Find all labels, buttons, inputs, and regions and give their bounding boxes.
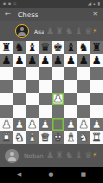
- piece-black-pawn[interactable]: ♟: [53, 55, 63, 66]
- square-g6[interactable]: [77, 67, 90, 80]
- square-h8[interactable]: ♜: [90, 41, 103, 54]
- square-f7[interactable]: ♟: [64, 54, 77, 67]
- bolt-icon-top: ⚡: [92, 28, 97, 35]
- piece-white-rook[interactable]: ♜: [92, 132, 102, 143]
- square-h1[interactable]: ♜: [90, 131, 103, 144]
- square-b5[interactable]: [13, 80, 26, 93]
- square-f3[interactable]: [64, 105, 77, 118]
- page-title: Chess: [18, 11, 93, 19]
- square-h7[interactable]: ♟: [90, 54, 103, 67]
- nav-recents-icon[interactable]: ■: [81, 172, 86, 178]
- avatar-person-icon: [10, 152, 14, 156]
- square-e7[interactable]: ♟: [52, 54, 65, 67]
- piece-black-rook[interactable]: ♜: [92, 42, 102, 53]
- piece-black-pawn[interactable]: ♟: [40, 55, 50, 66]
- knight-placeholder-icon: ♞: [65, 151, 73, 160]
- piece-white-king[interactable]: ♚: [53, 132, 63, 143]
- square-h3[interactable]: [90, 105, 103, 118]
- pawn-placeholder-icon: ♟: [46, 27, 54, 36]
- piece-black-pawn[interactable]: ♟: [92, 55, 102, 66]
- player-name-bottom: Noban: [24, 152, 44, 159]
- square-b3[interactable]: [13, 105, 26, 118]
- notification-icon-2: ▪: [8, 2, 11, 7]
- square-h2[interactable]: ♟: [90, 118, 103, 131]
- piece-white-pawn[interactable]: ♟: [14, 119, 24, 130]
- piece-black-king[interactable]: ♚: [53, 42, 63, 53]
- square-f6[interactable]: [64, 67, 77, 80]
- square-e8[interactable]: ♚: [52, 41, 65, 54]
- piece-black-bishop[interactable]: ♝: [66, 42, 76, 53]
- player-row-bottom: Noban ♟♜♞♝♛ ⚡: [0, 144, 103, 167]
- avatar-top: [15, 24, 29, 38]
- square-a4[interactable]: [0, 93, 13, 106]
- piece-white-knight[interactable]: ♞: [79, 132, 89, 143]
- square-g4[interactable]: [77, 93, 90, 106]
- avatar-person-icon: [20, 27, 24, 31]
- queen-placeholder-icon: ♛: [84, 151, 92, 160]
- piece-black-pawn[interactable]: ♟: [2, 55, 12, 66]
- square-g3[interactable]: [77, 105, 90, 118]
- status-bar: ▪▪▫ ◢▴▮: [0, 0, 103, 8]
- square-a5[interactable]: [0, 80, 13, 93]
- network-icon: ▴: [93, 2, 95, 7]
- piece-black-knight[interactable]: ♞: [79, 42, 89, 53]
- square-f5[interactable]: [64, 80, 77, 93]
- square-f8[interactable]: ♝: [64, 41, 77, 54]
- square-d1[interactable]: ♛: [39, 131, 52, 144]
- square-c8[interactable]: ♝: [26, 41, 39, 54]
- square-g8[interactable]: ♞: [77, 41, 90, 54]
- square-g5[interactable]: [77, 80, 90, 93]
- square-g2[interactable]: ♟: [77, 118, 90, 131]
- piece-white-pawn[interactable]: ♟: [66, 119, 76, 130]
- square-e3[interactable]: [52, 105, 65, 118]
- back-arrow-icon[interactable]: ←: [5, 11, 11, 18]
- piece-white-pawn[interactable]: ♟: [40, 119, 50, 130]
- square-c3[interactable]: [26, 105, 39, 118]
- square-d3[interactable]: [39, 105, 52, 118]
- piece-white-pawn[interactable]: ♟: [27, 119, 37, 130]
- square-c4[interactable]: [26, 93, 39, 106]
- square-h5[interactable]: [90, 80, 103, 93]
- android-nav-bar: ◀●■: [0, 167, 103, 183]
- status-bar-left-icons: ▪▪▫: [3, 2, 16, 7]
- app-window: ▪▪▫ ◢▴▮ ← Chess ✕ Asanth ♟♜♞♝♛ ⚡ ♜♞♝♛♚♝♞…: [0, 0, 103, 183]
- rook-placeholder-icon: ♜: [56, 151, 64, 160]
- queen-placeholder-icon: ♛: [84, 27, 92, 36]
- rook-placeholder-icon: ♜: [56, 27, 64, 36]
- piece-black-queen[interactable]: ♛: [40, 42, 50, 53]
- captured-tray-bottom: ♟♜♞♝♛: [46, 151, 92, 160]
- square-a6[interactable]: [0, 67, 13, 80]
- piece-white-knight[interactable]: ♞: [14, 132, 24, 143]
- square-a2[interactable]: ♟: [0, 118, 13, 131]
- nav-home-icon[interactable]: ●: [49, 172, 54, 178]
- piece-white-bishop[interactable]: ♝: [66, 132, 76, 143]
- piece-black-pawn[interactable]: ♟: [79, 55, 89, 66]
- piece-black-knight[interactable]: ♞: [14, 42, 24, 53]
- chess-board: ♜♞♝♛♚♝♞♜♟♟♟♟♟♟♟♟♟♟♟♟♟♟♟♟♜♞♝♛♚♝♞♜: [0, 41, 103, 144]
- bishop-placeholder-icon: ♝: [75, 27, 83, 36]
- square-e6[interactable]: [52, 67, 65, 80]
- square-f4[interactable]: [64, 93, 77, 106]
- square-c2[interactable]: ♟: [26, 118, 39, 131]
- square-g1[interactable]: ♞: [77, 131, 90, 144]
- square-h4[interactable]: [90, 93, 103, 106]
- piece-white-queen[interactable]: ♛: [40, 132, 50, 143]
- square-c6[interactable]: [26, 67, 39, 80]
- square-d4[interactable]: [39, 93, 52, 106]
- square-d8[interactable]: ♛: [39, 41, 52, 54]
- captured-tray-top: ♟♜♞♝♛: [46, 27, 92, 36]
- square-b6[interactable]: [13, 67, 26, 80]
- player-row-top: Asanth ♟♜♞♝♛ ⚡: [0, 21, 103, 41]
- square-f1[interactable]: ♝: [64, 131, 77, 144]
- square-d2[interactable]: ♟: [39, 118, 52, 131]
- piece-white-pawn[interactable]: ♟: [92, 119, 102, 130]
- square-a1[interactable]: ♜: [0, 131, 13, 144]
- square-b8[interactable]: ♞: [13, 41, 26, 54]
- signal-icon: ◢: [88, 2, 91, 7]
- piece-black-rook[interactable]: ♜: [2, 42, 12, 53]
- square-h6[interactable]: [90, 67, 103, 80]
- square-c1[interactable]: ♝: [26, 131, 39, 144]
- pawn-placeholder-icon: ♟: [46, 151, 54, 160]
- square-d6[interactable]: [39, 67, 52, 80]
- avatar-bottom: [5, 149, 19, 163]
- piece-black-pawn[interactable]: ♟: [14, 55, 24, 66]
- square-e5[interactable]: [52, 80, 65, 93]
- piece-white-pawn[interactable]: ♟: [2, 119, 12, 130]
- notification-icon: ▪: [3, 2, 6, 7]
- square-e4[interactable]: ♟: [52, 93, 65, 106]
- bolt-icon-bottom: ⚡: [92, 152, 97, 159]
- piece-white-rook[interactable]: ♜: [2, 132, 12, 143]
- bishop-placeholder-icon: ♝: [75, 151, 83, 160]
- nav-back-icon[interactable]: ◀: [17, 172, 21, 178]
- knight-placeholder-icon: ♞: [65, 27, 73, 36]
- piece-white-pawn[interactable]: ♟: [53, 93, 63, 104]
- toolbar: ← Chess ✕: [0, 8, 103, 21]
- square-b4[interactable]: [13, 93, 26, 106]
- square-c7[interactable]: ♟: [26, 54, 39, 67]
- square-e1[interactable]: ♚: [52, 131, 65, 144]
- square-d7[interactable]: ♟: [39, 54, 52, 67]
- square-e2[interactable]: [52, 118, 65, 131]
- notification-icon-3: ▫: [13, 2, 16, 7]
- status-bar-right-icons: ◢▴▮: [88, 2, 100, 7]
- piece-white-pawn[interactable]: ♟: [79, 119, 89, 130]
- close-icon[interactable]: ✕: [93, 11, 98, 18]
- piece-black-pawn[interactable]: ♟: [66, 55, 76, 66]
- player-name-top: Asanth: [34, 28, 44, 35]
- square-c5[interactable]: [26, 80, 39, 93]
- battery-icon: ▮: [98, 2, 100, 7]
- piece-white-bishop[interactable]: ♝: [27, 132, 37, 143]
- square-a3[interactable]: [0, 105, 13, 118]
- square-b1[interactable]: ♞: [13, 131, 26, 144]
- square-b2[interactable]: ♟: [13, 118, 26, 131]
- piece-black-bishop[interactable]: ♝: [27, 42, 37, 53]
- square-g7[interactable]: ♟: [77, 54, 90, 67]
- square-f2[interactable]: ♟: [64, 118, 77, 131]
- square-b7[interactable]: ♟: [13, 54, 26, 67]
- square-a7[interactable]: ♟: [0, 54, 13, 67]
- piece-black-pawn[interactable]: ♟: [27, 55, 37, 66]
- square-d5[interactable]: [39, 80, 52, 93]
- square-a8[interactable]: ♜: [0, 41, 13, 54]
